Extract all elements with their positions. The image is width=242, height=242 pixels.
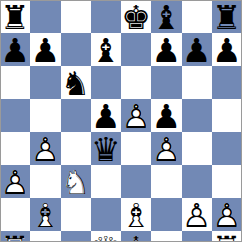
- square-h1[interactable]: ♜♖: [212, 231, 242, 242]
- black-pawn[interactable]: ♟: [152, 100, 182, 133]
- square-e4[interactable]: [121, 132, 151, 165]
- square-e7[interactable]: [121, 33, 151, 66]
- square-a5[interactable]: [0, 99, 30, 132]
- square-d3[interactable]: [91, 165, 121, 198]
- square-f6[interactable]: [151, 66, 181, 99]
- square-g4[interactable]: [182, 132, 212, 165]
- black-pawn[interactable]: ♟: [212, 34, 242, 67]
- square-g8[interactable]: [182, 0, 212, 33]
- square-f2[interactable]: [151, 198, 181, 231]
- black-pawn[interactable]: ♟: [91, 100, 121, 133]
- square-c7[interactable]: [61, 33, 91, 66]
- square-g3[interactable]: [182, 165, 212, 198]
- white-pawn[interactable]: ♟♙: [152, 133, 182, 166]
- white-rook[interactable]: ♜♖: [212, 232, 242, 242]
- square-f3[interactable]: [151, 165, 181, 198]
- white-rook-outline: ♖: [212, 232, 242, 242]
- white-pawn-outline: ♙: [31, 133, 61, 166]
- square-c3[interactable]: ♞♘: [61, 165, 91, 198]
- square-f7[interactable]: ♟: [151, 33, 181, 66]
- black-queen[interactable]: ♛: [91, 133, 121, 166]
- square-a6[interactable]: [0, 66, 30, 99]
- white-pawn[interactable]: ♟♙: [31, 133, 61, 166]
- black-rook[interactable]: ♜: [212, 1, 242, 34]
- white-knight[interactable]: ♞♘: [61, 166, 91, 199]
- square-c5[interactable]: [61, 99, 91, 132]
- black-pawn[interactable]: ♟: [182, 34, 212, 67]
- square-g7[interactable]: ♟: [182, 33, 212, 66]
- square-b8[interactable]: [30, 0, 60, 33]
- white-pawn-outline: ♙: [182, 199, 212, 232]
- square-c2[interactable]: [61, 198, 91, 231]
- square-b2[interactable]: ♝♗: [30, 198, 60, 231]
- square-d6[interactable]: [91, 66, 121, 99]
- white-bishop[interactable]: ♝♗: [121, 199, 151, 232]
- square-b6[interactable]: [30, 66, 60, 99]
- black-pawn[interactable]: ♟: [31, 34, 61, 67]
- square-f1[interactable]: [151, 231, 181, 242]
- square-b3[interactable]: [30, 165, 60, 198]
- square-g6[interactable]: [182, 66, 212, 99]
- square-f5[interactable]: ♟: [151, 99, 181, 132]
- square-c4[interactable]: [61, 132, 91, 165]
- square-h2[interactable]: ♟♙: [212, 198, 242, 231]
- white-pawn-outline: ♙: [121, 100, 151, 133]
- square-e8[interactable]: ♚: [121, 0, 151, 33]
- square-d8[interactable]: [91, 0, 121, 33]
- chess-board-container: ♜♚♝♜♟♟♝♟♟♟♞♟♟♙♟♟♙♛♟♙♟♙♞♘♝♗♝♗♟♙♟♙♜♖♛♕♚♔♜♖: [0, 0, 242, 242]
- chess-board: ♜♚♝♜♟♟♝♟♟♟♞♟♟♙♟♟♙♛♟♙♟♙♞♘♝♗♝♗♟♙♟♙♜♖♛♕♚♔♜♖: [0, 0, 242, 242]
- black-pawn[interactable]: ♟: [0, 34, 30, 67]
- square-b4[interactable]: ♟♙: [30, 132, 60, 165]
- square-d5[interactable]: ♟: [91, 99, 121, 132]
- square-f8[interactable]: ♝: [151, 0, 181, 33]
- square-e5[interactable]: ♟♙: [121, 99, 151, 132]
- black-bishop[interactable]: ♝: [152, 1, 182, 34]
- white-knight-outline: ♘: [61, 166, 91, 199]
- square-a7[interactable]: ♟: [0, 33, 30, 66]
- square-d7[interactable]: ♝: [91, 33, 121, 66]
- white-rook[interactable]: ♜♖: [0, 232, 30, 242]
- square-h3[interactable]: [212, 165, 242, 198]
- square-h5[interactable]: [212, 99, 242, 132]
- white-bishop-outline: ♗: [31, 199, 61, 232]
- white-pawn[interactable]: ♟♙: [121, 100, 151, 133]
- square-e1[interactable]: ♚♔: [121, 231, 151, 242]
- square-d2[interactable]: [91, 198, 121, 231]
- white-pawn[interactable]: ♟♙: [212, 199, 242, 232]
- square-g2[interactable]: ♟♙: [182, 198, 212, 231]
- square-d4[interactable]: ♛: [91, 132, 121, 165]
- square-a1[interactable]: ♜♖: [0, 231, 30, 242]
- white-king-outline: ♔: [121, 232, 151, 242]
- square-a2[interactable]: [0, 198, 30, 231]
- square-h7[interactable]: ♟: [212, 33, 242, 66]
- white-bishop[interactable]: ♝♗: [31, 199, 61, 232]
- white-pawn[interactable]: ♟♙: [0, 166, 30, 199]
- square-e6[interactable]: [121, 66, 151, 99]
- square-a3[interactable]: ♟♙: [0, 165, 30, 198]
- black-rook[interactable]: ♜: [0, 1, 30, 34]
- square-a4[interactable]: [0, 132, 30, 165]
- white-queen[interactable]: ♛♕: [91, 232, 121, 242]
- black-knight[interactable]: ♞: [61, 67, 91, 100]
- white-pawn-outline: ♙: [152, 133, 182, 166]
- white-pawn-outline: ♙: [212, 199, 242, 232]
- square-h6[interactable]: [212, 66, 242, 99]
- white-pawn-outline: ♙: [0, 166, 30, 199]
- white-queen-outline: ♕: [91, 232, 121, 242]
- square-d1[interactable]: ♛♕: [91, 231, 121, 242]
- white-king[interactable]: ♚♔: [121, 232, 151, 242]
- square-b7[interactable]: ♟: [30, 33, 60, 66]
- white-pawn[interactable]: ♟♙: [182, 199, 212, 232]
- white-bishop-outline: ♗: [121, 199, 151, 232]
- black-bishop[interactable]: ♝: [91, 34, 121, 67]
- square-b5[interactable]: [30, 99, 60, 132]
- square-c8[interactable]: [61, 0, 91, 33]
- square-c1[interactable]: [61, 231, 91, 242]
- square-h8[interactable]: ♜: [212, 0, 242, 33]
- square-c6[interactable]: ♞: [61, 66, 91, 99]
- white-rook-outline: ♖: [0, 232, 30, 242]
- square-e2[interactable]: ♝♗: [121, 198, 151, 231]
- black-king[interactable]: ♚: [121, 1, 151, 34]
- square-a8[interactable]: ♜: [0, 0, 30, 33]
- black-pawn[interactable]: ♟: [152, 34, 182, 67]
- square-e3[interactable]: [121, 165, 151, 198]
- square-h4[interactable]: [212, 132, 242, 165]
- square-g5[interactable]: [182, 99, 212, 132]
- square-f4[interactable]: ♟♙: [151, 132, 181, 165]
